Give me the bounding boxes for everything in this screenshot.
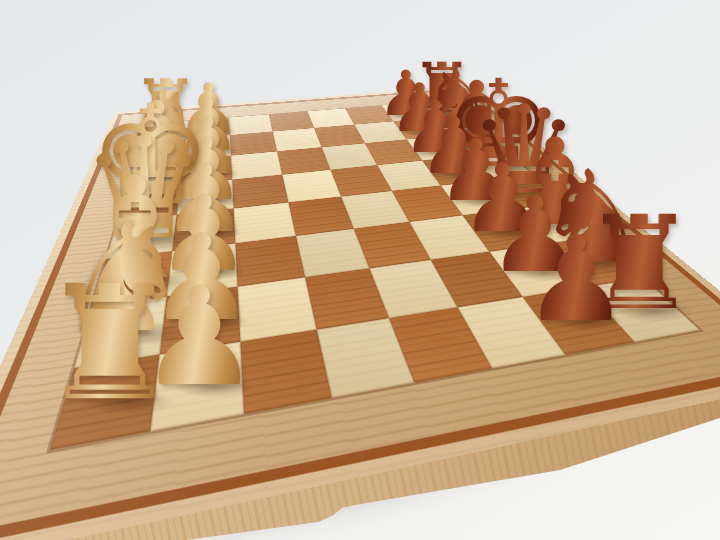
piece-white-rook-a1: ♜︎ [39, 265, 180, 423]
chess-set-photo: ♜︎♞︎♝︎♛︎♚︎♝︎♞︎♜︎♟︎♟︎♟︎♟︎♟︎♟︎♟︎♟︎♟︎♟︎♟︎♟︎… [0, 0, 720, 540]
piece-black-pawn-a7: ♟︎ [523, 220, 629, 338]
pieces-layer: ♜︎♞︎♝︎♛︎♚︎♝︎♞︎♜︎♟︎♟︎♟︎♟︎♟︎♟︎♟︎♟︎♟︎♟︎♟︎♟︎… [0, 0, 720, 540]
